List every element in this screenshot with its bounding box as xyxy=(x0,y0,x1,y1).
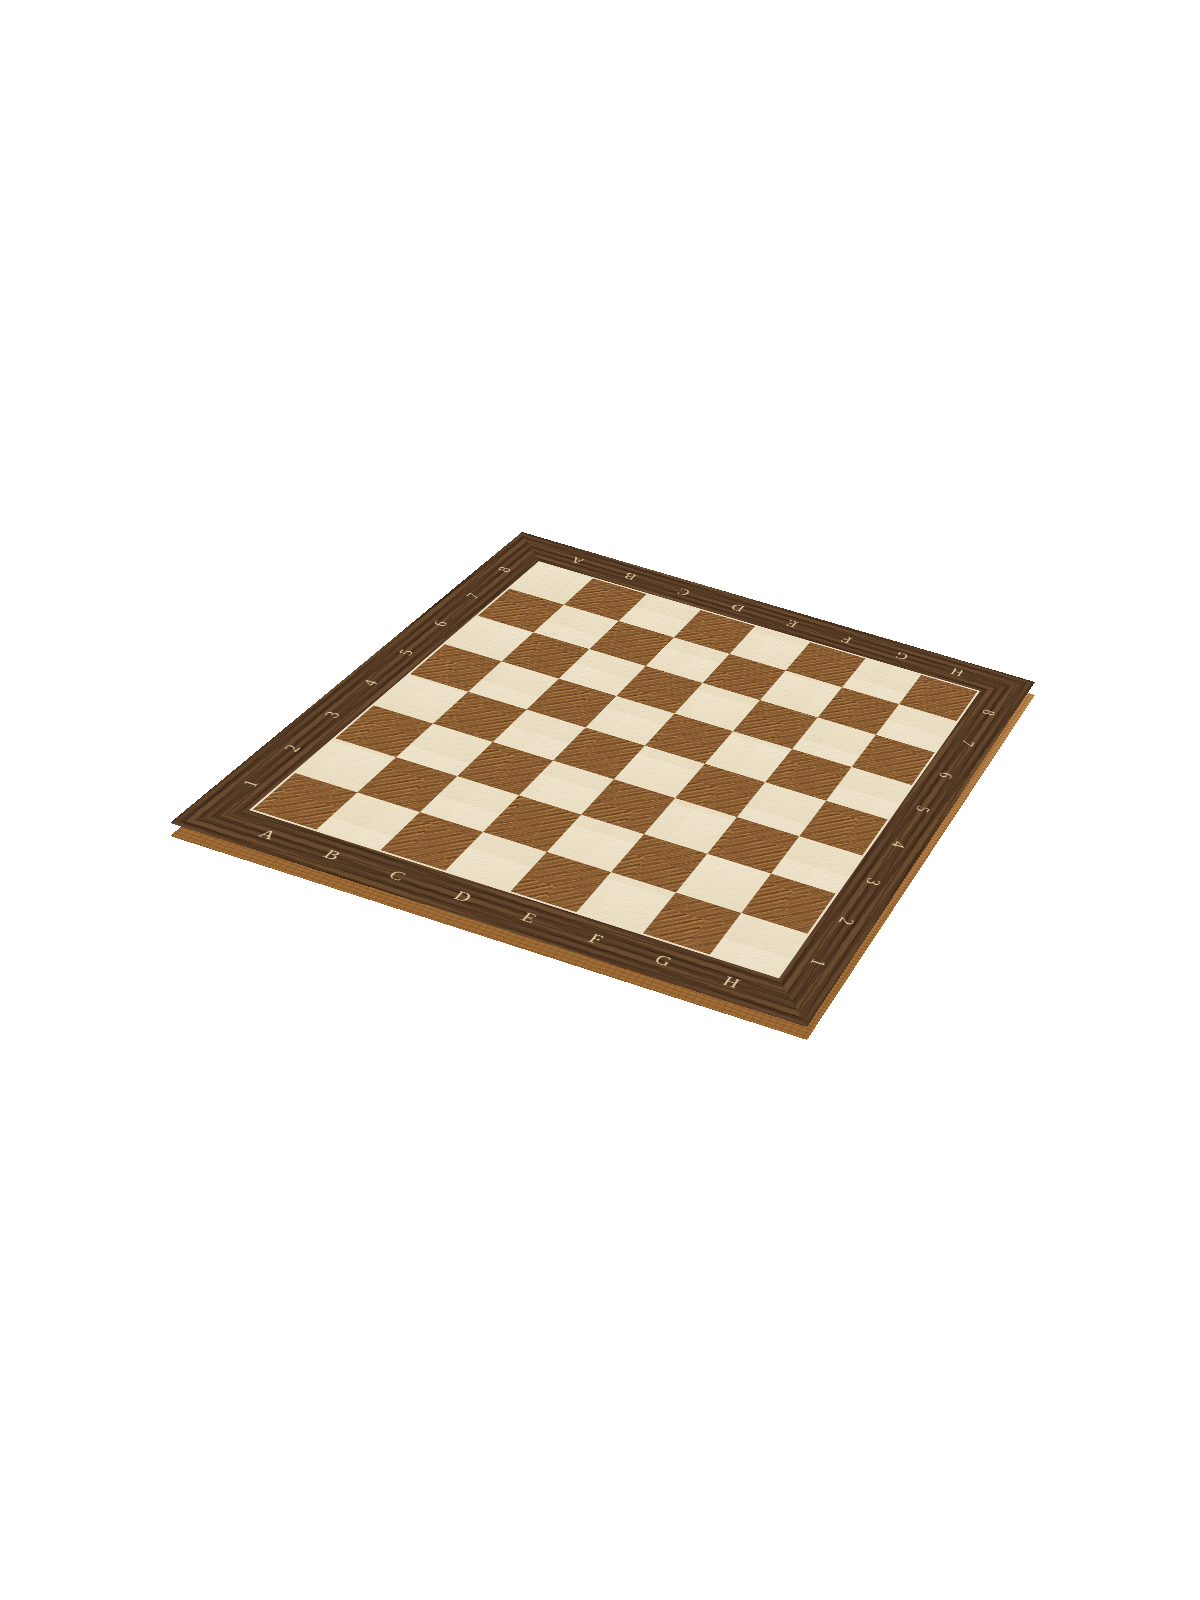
rank-label-left-3: 3 xyxy=(321,710,344,720)
rank-label-left-6: 6 xyxy=(430,619,451,628)
product-photo-background: AA88BB77CC66DD55EE44FF33GG22HH11 xyxy=(0,0,1200,1600)
file-label-far-h: H xyxy=(948,666,965,677)
rank-label-left-7: 7 xyxy=(463,592,483,601)
rank-label-right-2: 2 xyxy=(835,915,858,927)
rank-label-right-4: 4 xyxy=(888,839,909,850)
file-label-far-e: E xyxy=(784,619,800,629)
rank-label-right-8: 8 xyxy=(979,708,998,717)
rank-label-left-2: 2 xyxy=(281,743,304,753)
rank-label-right-6: 6 xyxy=(936,770,956,780)
file-label-near-c: C xyxy=(385,868,409,883)
file-label-near-g: G xyxy=(652,952,676,969)
file-label-far-f: F xyxy=(839,635,854,645)
rank-label-left-5: 5 xyxy=(395,648,416,657)
coordinate-labels: AA88BB77CC66DD55EE44FF33GG22HH11 xyxy=(170,532,1035,1027)
chess-board: AA88BB77CC66DD55EE44FF33GG22HH11 xyxy=(170,532,1035,1027)
file-label-near-e: E xyxy=(518,910,540,926)
file-label-near-f: F xyxy=(586,931,607,947)
file-label-near-b: B xyxy=(320,847,344,862)
rank-label-right-7: 7 xyxy=(958,738,978,747)
file-label-near-h: H xyxy=(720,973,743,990)
rank-label-left-8: 8 xyxy=(494,565,514,573)
rank-label-right-1: 1 xyxy=(807,957,830,969)
file-label-far-d: D xyxy=(728,602,746,613)
rank-label-right-3: 3 xyxy=(862,876,884,887)
file-label-near-a: A xyxy=(255,827,281,842)
file-label-far-a: A xyxy=(568,556,587,566)
file-label-far-g: G xyxy=(893,650,911,661)
file-label-far-c: C xyxy=(675,587,693,597)
file-label-far-b: B xyxy=(621,571,639,581)
rank-label-left-1: 1 xyxy=(239,778,263,789)
file-label-near-d: D xyxy=(451,888,476,904)
rank-label-left-4: 4 xyxy=(359,678,381,688)
rank-label-right-5: 5 xyxy=(913,804,934,814)
